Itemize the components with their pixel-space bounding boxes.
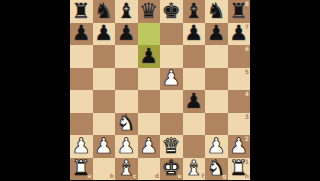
square-f1[interactable]: ♝f	[183, 158, 206, 181]
square-g2[interactable]: ♟	[205, 135, 228, 158]
square-f2[interactable]	[183, 135, 206, 158]
square-a3[interactable]	[70, 113, 93, 136]
square-c7[interactable]: ♟	[115, 23, 138, 46]
piece-white-pawn[interactable]: ♟	[72, 135, 91, 156]
square-d6[interactable]: ♟	[138, 45, 161, 68]
square-b1[interactable]: b	[93, 158, 116, 181]
piece-white-pawn[interactable]: ♟	[207, 135, 226, 156]
square-c6[interactable]	[115, 45, 138, 68]
square-h3[interactable]: 3	[228, 113, 251, 136]
piece-white-pawn[interactable]: ♟	[117, 135, 136, 156]
piece-black-pawn[interactable]: ♟	[117, 23, 136, 44]
piece-black-bishop[interactable]: ♝	[117, 0, 136, 21]
square-h2[interactable]: ♟2	[228, 135, 251, 158]
square-c3[interactable]: ♞	[115, 113, 138, 136]
square-d2[interactable]: ♟	[138, 135, 161, 158]
square-b3[interactable]	[93, 113, 116, 136]
video-frame-background: ♜♞♝♛♚♝♞♜8♟♟♟♟♟♟7♟6♟5♟4♞3♟♟♟♟♛♟♟2♜ab♝cd♚e…	[0, 0, 320, 180]
square-h7[interactable]: ♟7	[228, 23, 251, 46]
piece-black-pawn[interactable]: ♟	[184, 23, 203, 44]
square-a1[interactable]: ♜a	[70, 158, 93, 181]
piece-white-pawn[interactable]: ♟	[94, 135, 113, 156]
square-h6[interactable]: 6	[228, 45, 251, 68]
square-d7[interactable]	[138, 23, 161, 46]
square-d3[interactable]	[138, 113, 161, 136]
square-g1[interactable]: ♞g	[205, 158, 228, 181]
square-h5[interactable]: 5	[228, 68, 251, 91]
square-e2[interactable]: ♛	[160, 135, 183, 158]
piece-black-pawn[interactable]: ♟	[229, 23, 248, 44]
square-e4[interactable]	[160, 90, 183, 113]
square-a5[interactable]	[70, 68, 93, 91]
square-e3[interactable]	[160, 113, 183, 136]
square-e5[interactable]: ♟	[160, 68, 183, 91]
file-label-b: b	[110, 173, 114, 179]
square-g6[interactable]	[205, 45, 228, 68]
piece-black-rook[interactable]: ♜	[229, 0, 248, 21]
square-g7[interactable]: ♟	[205, 23, 228, 46]
piece-white-king[interactable]: ♚	[162, 158, 181, 179]
square-e7[interactable]	[160, 23, 183, 46]
square-c2[interactable]: ♟	[115, 135, 138, 158]
piece-black-pawn[interactable]: ♟	[207, 23, 226, 44]
square-c8[interactable]: ♝	[115, 0, 138, 23]
square-f3[interactable]	[183, 113, 206, 136]
square-d1[interactable]: d	[138, 158, 161, 181]
piece-white-queen[interactable]: ♛	[162, 135, 181, 156]
piece-white-bishop[interactable]: ♝	[184, 158, 203, 179]
file-label-d: d	[155, 173, 159, 179]
piece-white-rook[interactable]: ♜	[229, 158, 248, 179]
piece-white-pawn[interactable]: ♟	[139, 135, 158, 156]
square-b2[interactable]: ♟	[93, 135, 116, 158]
square-b4[interactable]	[93, 90, 116, 113]
piece-black-pawn[interactable]: ♟	[184, 90, 203, 111]
rank-label-5: 5	[245, 69, 249, 75]
piece-black-pawn[interactable]: ♟	[72, 23, 91, 44]
square-a6[interactable]	[70, 45, 93, 68]
piece-white-pawn[interactable]: ♟	[162, 68, 181, 89]
square-d8[interactable]: ♛	[138, 0, 161, 23]
rank-label-4: 4	[245, 91, 249, 97]
square-f7[interactable]: ♟	[183, 23, 206, 46]
square-f8[interactable]: ♝	[183, 0, 206, 23]
piece-white-knight[interactable]: ♞	[207, 158, 226, 179]
square-h4[interactable]: 4	[228, 90, 251, 113]
square-a8[interactable]: ♜	[70, 0, 93, 23]
square-a2[interactable]: ♟	[70, 135, 93, 158]
square-b5[interactable]	[93, 68, 116, 91]
piece-white-knight[interactable]: ♞	[117, 113, 136, 134]
piece-black-queen[interactable]: ♛	[139, 0, 158, 21]
square-e1[interactable]: ♚e	[160, 158, 183, 181]
piece-black-knight[interactable]: ♞	[94, 0, 113, 21]
square-f6[interactable]	[183, 45, 206, 68]
square-e8[interactable]: ♚	[160, 0, 183, 23]
square-f5[interactable]	[183, 68, 206, 91]
square-c1[interactable]: ♝c	[115, 158, 138, 181]
square-h8[interactable]: ♜8	[228, 0, 251, 23]
square-b8[interactable]: ♞	[93, 0, 116, 23]
square-d5[interactable]	[138, 68, 161, 91]
square-b7[interactable]: ♟	[93, 23, 116, 46]
square-g8[interactable]: ♞	[205, 0, 228, 23]
square-c5[interactable]	[115, 68, 138, 91]
square-a7[interactable]: ♟	[70, 23, 93, 46]
square-b6[interactable]	[93, 45, 116, 68]
piece-black-pawn[interactable]: ♟	[94, 23, 113, 44]
piece-white-pawn[interactable]: ♟	[229, 135, 248, 156]
chess-board: ♜♞♝♛♚♝♞♜8♟♟♟♟♟♟7♟6♟5♟4♞3♟♟♟♟♛♟♟2♜ab♝cd♚e…	[70, 0, 250, 180]
square-a4[interactable]	[70, 90, 93, 113]
square-h1[interactable]: ♜1h	[228, 158, 251, 181]
rank-label-6: 6	[245, 46, 249, 52]
square-g3[interactable]	[205, 113, 228, 136]
square-d4[interactable]	[138, 90, 161, 113]
square-g5[interactable]	[205, 68, 228, 91]
piece-black-bishop[interactable]: ♝	[184, 0, 203, 21]
rank-label-3: 3	[245, 114, 249, 120]
piece-black-king[interactable]: ♚	[162, 0, 181, 21]
square-g4[interactable]	[205, 90, 228, 113]
piece-white-bishop[interactable]: ♝	[117, 158, 136, 179]
piece-black-rook[interactable]: ♜	[72, 0, 91, 21]
piece-black-knight[interactable]: ♞	[207, 0, 226, 21]
square-e6[interactable]	[160, 45, 183, 68]
piece-white-rook[interactable]: ♜	[72, 158, 91, 179]
square-f4[interactable]: ♟	[183, 90, 206, 113]
square-c4[interactable]	[115, 90, 138, 113]
piece-black-pawn[interactable]: ♟	[139, 45, 158, 66]
